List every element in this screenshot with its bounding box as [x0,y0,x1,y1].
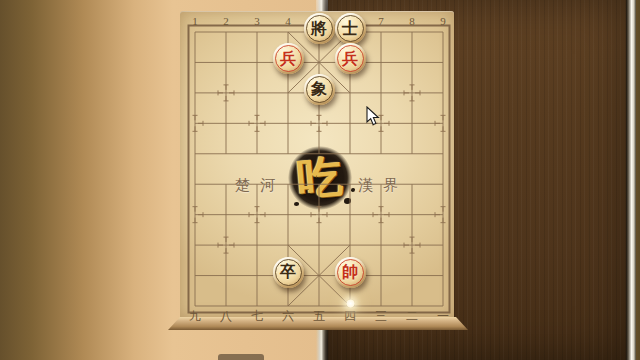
column-label: 三 [375,310,387,322]
column-label: 八 [220,310,232,322]
device-edge-right [626,0,636,360]
column-label: 9 [440,15,446,27]
column-label: 五 [313,310,325,322]
piece-character: 將 [311,21,327,37]
column-label: 7 [378,15,384,27]
screenshot-stage: 楚河 漢界 吃 123456789 九八七六五四三二一 將士兵兵象卒帥 [0,0,640,360]
column-label: 2 [223,15,229,27]
column-label: 七 [251,310,263,322]
black-soldier-piece[interactable]: 卒 [273,257,304,288]
piece-character: 象 [311,81,327,97]
piece-character: 帥 [342,264,358,280]
red-general-piece[interactable]: 帥 [335,257,366,288]
column-label: 一 [437,310,449,322]
column-label: 四 [344,310,356,322]
column-label: 4 [285,15,291,27]
column-label: 二 [406,310,418,322]
piece-character: 兵 [280,51,296,67]
red-soldier-piece[interactable]: 兵 [335,43,366,74]
column-label: 九 [189,310,201,322]
column-labels-bottom: 九八七六五四三二一 [195,310,443,322]
black-general-piece[interactable]: 將 [304,13,335,44]
black-advisor-piece[interactable]: 士 [335,13,366,44]
board-grid [180,11,454,318]
move-highlight-dot [346,299,355,308]
red-soldier-piece[interactable]: 兵 [273,43,304,74]
piece-character: 士 [342,21,358,37]
black-elephant-piece[interactable]: 象 [304,74,335,105]
piece-character: 兵 [342,51,358,67]
bottom-ui-hint [218,354,264,360]
column-label: 3 [254,15,260,27]
column-label: 六 [282,310,294,322]
mouse-cursor [366,106,380,126]
column-label: 8 [409,15,415,27]
piece-character: 卒 [280,264,296,280]
column-label: 1 [192,15,198,27]
